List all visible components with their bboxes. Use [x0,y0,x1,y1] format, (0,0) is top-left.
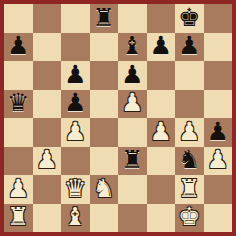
square-h7[interactable] [204,33,233,62]
piece-black-knight: ♞ [178,147,200,172]
piece-black-pawn: ♟ [178,33,200,58]
piece-white-pawn: ♟ [178,119,200,144]
square-f2[interactable] [147,175,176,204]
square-g5[interactable] [175,90,204,119]
piece-black-rook: ♜ [121,147,143,172]
square-e7[interactable]: ♝ [118,33,147,62]
square-h6[interactable] [204,61,233,90]
piece-white-pawn: ♟ [150,119,172,144]
square-g2[interactable]: ♜ [175,175,204,204]
square-f5[interactable] [147,90,176,119]
square-g1[interactable]: ♚ [175,204,204,233]
piece-white-pawn: ♟ [7,176,29,201]
square-f4[interactable]: ♟ [147,118,176,147]
piece-black-pawn: ♟ [121,62,143,87]
piece-black-pawn: ♟ [207,119,229,144]
square-a7[interactable]: ♟ [4,33,33,62]
square-c8[interactable] [61,4,90,33]
square-g3[interactable]: ♞ [175,147,204,176]
square-c1[interactable]: ♝ [61,204,90,233]
square-e1[interactable] [118,204,147,233]
square-b1[interactable] [33,204,62,233]
piece-white-pawn: ♟ [64,119,86,144]
square-h5[interactable] [204,90,233,119]
square-b5[interactable] [33,90,62,119]
square-b3[interactable]: ♟ [33,147,62,176]
piece-white-pawn: ♟ [207,147,229,172]
square-b6[interactable] [33,61,62,90]
piece-black-pawn: ♟ [64,62,86,87]
square-f6[interactable] [147,61,176,90]
square-h2[interactable] [204,175,233,204]
square-c7[interactable] [61,33,90,62]
square-f8[interactable] [147,4,176,33]
square-a5[interactable]: ♛ [4,90,33,119]
square-d1[interactable] [90,204,119,233]
square-b4[interactable] [33,118,62,147]
square-e2[interactable] [118,175,147,204]
piece-white-king: ♚ [178,204,200,229]
square-b7[interactable] [33,33,62,62]
square-g8[interactable]: ♚ [175,4,204,33]
square-h3[interactable]: ♟ [204,147,233,176]
square-c6[interactable]: ♟ [61,61,90,90]
square-d5[interactable] [90,90,119,119]
piece-white-rook: ♜ [7,204,29,229]
piece-white-bishop: ♝ [64,204,86,229]
square-d2[interactable]: ♞ [90,175,119,204]
square-b8[interactable] [33,4,62,33]
square-e6[interactable]: ♟ [118,61,147,90]
square-h4[interactable]: ♟ [204,118,233,147]
square-a3[interactable] [4,147,33,176]
square-d3[interactable] [90,147,119,176]
square-c3[interactable] [61,147,90,176]
square-g4[interactable]: ♟ [175,118,204,147]
piece-white-pawn: ♟ [36,147,58,172]
square-f3[interactable] [147,147,176,176]
square-e3[interactable]: ♜ [118,147,147,176]
square-d6[interactable] [90,61,119,90]
square-e5[interactable]: ♟ [118,90,147,119]
square-a1[interactable]: ♜ [4,204,33,233]
square-a2[interactable]: ♟ [4,175,33,204]
piece-black-queen: ♛ [7,90,29,115]
square-f7[interactable]: ♟ [147,33,176,62]
piece-white-rook: ♜ [178,176,200,201]
square-c2[interactable]: ♛ [61,175,90,204]
square-d4[interactable] [90,118,119,147]
piece-black-pawn: ♟ [150,33,172,58]
piece-black-bishop: ♝ [121,33,143,58]
piece-white-queen: ♛ [64,176,86,201]
piece-black-pawn: ♟ [64,90,86,115]
square-b2[interactable] [33,175,62,204]
chess-board: ♜♚♟♝♟♟♟♟♛♟♟♟♟♟♟♟♜♞♟♟♛♞♜♜♝♚ [4,4,232,232]
piece-black-pawn: ♟ [7,33,29,58]
square-e4[interactable] [118,118,147,147]
chess-board-frame: ♜♚♟♝♟♟♟♟♛♟♟♟♟♟♟♟♜♞♟♟♛♞♜♜♝♚ [0,0,236,236]
square-d8[interactable]: ♜ [90,4,119,33]
square-a4[interactable] [4,118,33,147]
piece-black-rook: ♜ [93,5,115,30]
square-g7[interactable]: ♟ [175,33,204,62]
square-h1[interactable] [204,204,233,233]
square-e8[interactable] [118,4,147,33]
piece-black-king: ♚ [178,5,200,30]
piece-white-knight: ♞ [93,176,115,201]
square-a6[interactable] [4,61,33,90]
piece-white-pawn: ♟ [121,90,143,115]
square-c4[interactable]: ♟ [61,118,90,147]
square-f1[interactable] [147,204,176,233]
square-g6[interactable] [175,61,204,90]
square-d7[interactable] [90,33,119,62]
square-a8[interactable] [4,4,33,33]
square-h8[interactable] [204,4,233,33]
square-c5[interactable]: ♟ [61,90,90,119]
